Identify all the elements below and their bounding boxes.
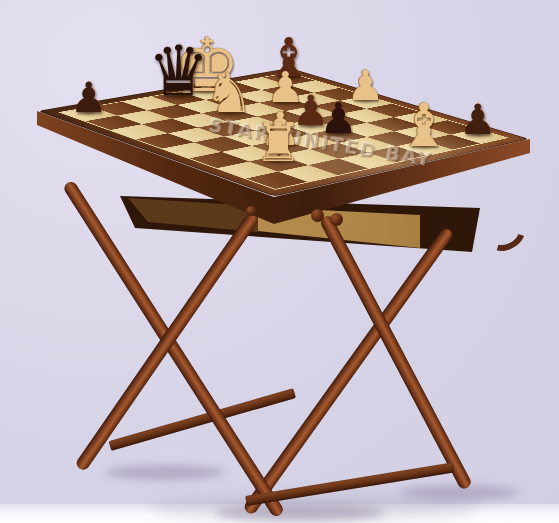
floor-shadow	[150, 495, 480, 521]
pivot-knob	[330, 213, 343, 226]
pivot-knob	[311, 209, 324, 222]
product-photo-scene: STARSUNITED BAY ♟♛♚♝♞♟♟♟♟♟♜♝♟	[0, 0, 559, 523]
table-leg-front-right	[319, 214, 473, 491]
floor-shadow	[105, 465, 225, 480]
pivot-knob	[246, 206, 256, 216]
folding-bracket	[478, 208, 531, 258]
